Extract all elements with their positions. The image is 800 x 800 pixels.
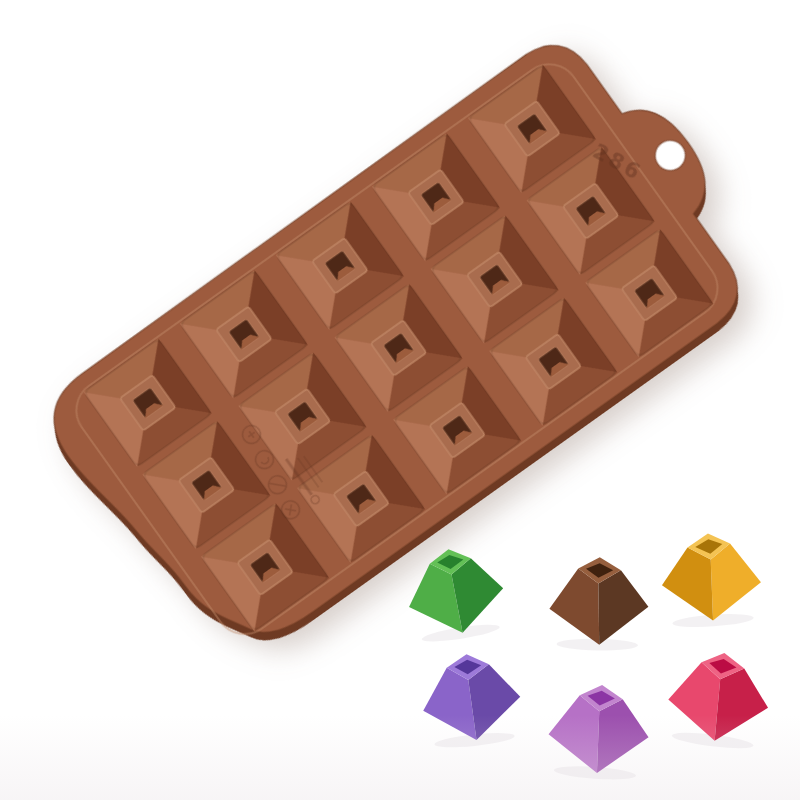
candy-pyramid-yellow (648, 520, 772, 635)
candy-pyramid-rose (655, 636, 785, 757)
product-photo-stage: 286 (0, 0, 800, 800)
candy-face-right (659, 546, 715, 624)
candy-pyramid-green (392, 531, 520, 651)
candy-pyramid-purple (409, 638, 535, 755)
candy-pyramid-orchid (538, 671, 663, 787)
candy-face-left (549, 568, 601, 645)
candy-face-right (595, 698, 651, 777)
candy-face-right (597, 570, 649, 646)
candy-pyramid-chocolate (541, 547, 659, 656)
